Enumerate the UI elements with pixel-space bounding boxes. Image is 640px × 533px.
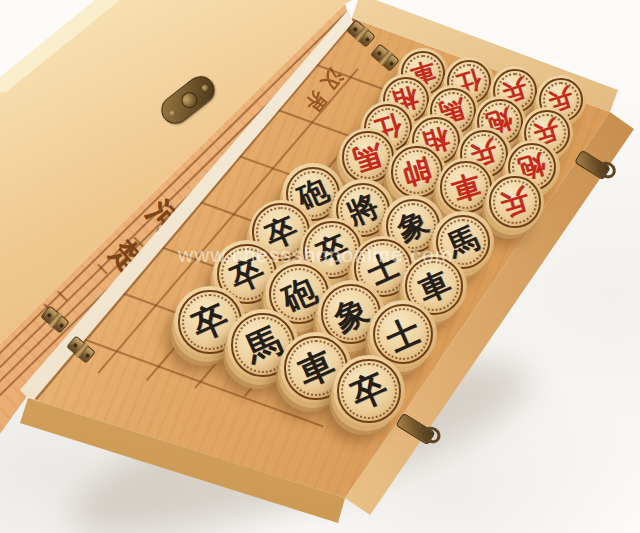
river-label-han: 汉 bbox=[315, 63, 349, 95]
photo-scene: 楚 河 汉 界 車仕兵兵相馬炮兵仕相 bbox=[0, 0, 640, 533]
screw-icon bbox=[169, 109, 177, 117]
xiangqi-piece-red-r3c3: 兵 bbox=[486, 173, 544, 231]
river-label-jie: 界 bbox=[299, 85, 333, 117]
watermark-text: www.chessshoponline.com bbox=[178, 243, 453, 267]
latch-knob-icon bbox=[178, 89, 200, 111]
xiangqi-piece-black-r7c3: 卒 bbox=[333, 355, 405, 427]
screw-icon bbox=[201, 84, 209, 92]
